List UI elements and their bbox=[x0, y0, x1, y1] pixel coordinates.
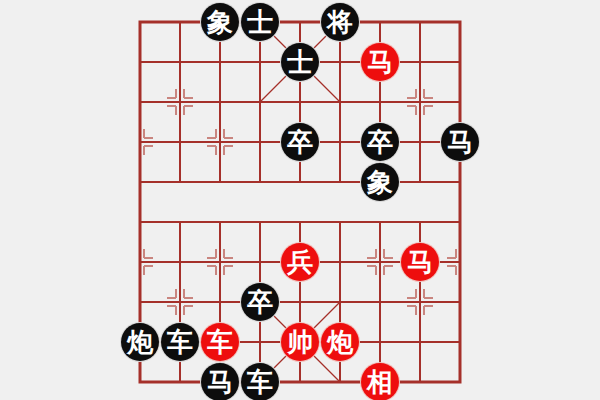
black-soldier[interactable]: 卒 bbox=[281, 123, 319, 161]
black-advisor[interactable]: 士 bbox=[241, 3, 279, 41]
black-chariot[interactable]: 车 bbox=[241, 363, 279, 400]
black-general[interactable]: 将 bbox=[321, 3, 359, 41]
red-elephant[interactable]: 相 bbox=[361, 363, 399, 400]
red-soldier[interactable]: 兵 bbox=[281, 243, 319, 281]
black-chariot[interactable]: 车 bbox=[161, 323, 199, 361]
black-horse[interactable]: 马 bbox=[201, 363, 239, 400]
board-grid[interactable]: 象士将士马卒卒马象兵马卒炮车车帅炮马车相 bbox=[120, 2, 480, 400]
black-elephant[interactable]: 象 bbox=[201, 3, 239, 41]
red-horse[interactable]: 马 bbox=[361, 43, 399, 81]
red-horse[interactable]: 马 bbox=[401, 243, 439, 281]
black-elephant[interactable]: 象 bbox=[361, 163, 399, 201]
black-soldier[interactable]: 卒 bbox=[241, 283, 279, 321]
black-horse[interactable]: 马 bbox=[441, 123, 479, 161]
red-cannon[interactable]: 炮 bbox=[321, 323, 359, 361]
black-cannon[interactable]: 炮 bbox=[121, 323, 159, 361]
black-soldier[interactable]: 卒 bbox=[361, 123, 399, 161]
red-general[interactable]: 帅 bbox=[281, 323, 319, 361]
xiangqi-board: 象士将士马卒卒马象兵马卒炮车车帅炮马车相 bbox=[0, 0, 600, 400]
red-chariot[interactable]: 车 bbox=[201, 323, 239, 361]
black-advisor[interactable]: 士 bbox=[281, 43, 319, 81]
